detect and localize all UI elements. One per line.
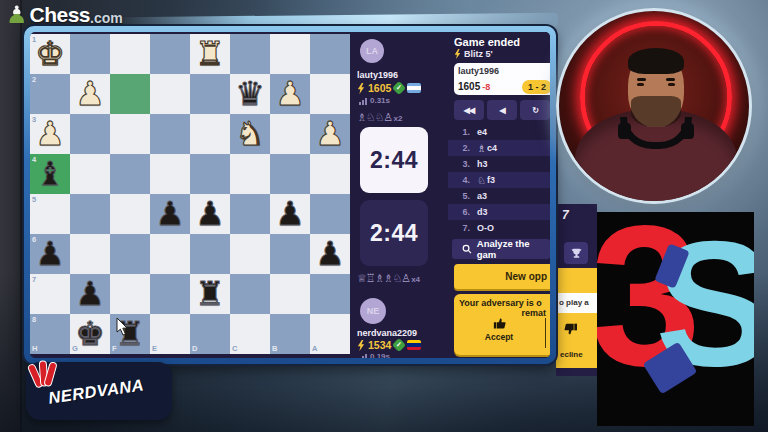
file-label: C [232,344,237,353]
sliver-toast-fragment: o play a [556,293,597,313]
board-square[interactable] [270,114,310,154]
board-square[interactable]: ♟ [270,194,310,234]
rematch-refresh-button[interactable]: ↻ [520,100,550,120]
board-square[interactable] [310,74,350,114]
rating-delta: -8 [482,82,490,92]
board-square[interactable] [310,274,350,314]
rematch-offer-card: Your adversary is o remat Accept [454,294,550,355]
board-square[interactable]: 3♟ [30,114,70,154]
board-square[interactable] [150,74,190,114]
rank-label: 6 [32,235,36,244]
board-square[interactable]: ♟ [70,74,110,114]
venezuela-flag [407,340,421,350]
bottom-player-speed: 0.19s [359,352,390,358]
board-square[interactable]: ♜ [190,34,230,74]
rank-label: 1 [32,35,36,44]
file-label: A [312,344,317,353]
rank-label: 5 [32,195,36,204]
move-text: a3 [477,191,487,201]
board-square[interactable] [70,34,110,74]
move-number: 4. [454,175,470,185]
move-piece-icon: ♘ [477,175,486,186]
board-square[interactable] [310,154,350,194]
board-square[interactable] [110,274,150,314]
move-number: 3. [454,159,470,169]
blitz-lightning-icon [454,49,461,59]
top-player-name[interactable]: lauty1996 [357,70,398,80]
board-square[interactable]: B [270,314,310,354]
board-square[interactable] [70,114,110,154]
board-square[interactable] [230,194,270,234]
file-label: H [32,344,37,353]
chess-piece-wN[interactable]: ♞ [230,114,270,154]
new-opponent-button[interactable]: New opp [454,264,550,289]
board-square[interactable] [270,34,310,74]
board-square[interactable] [270,154,310,194]
chesscom-wordmark-suffix: .com [90,10,123,26]
magnifier-icon [462,244,472,254]
argentina-flag [407,83,421,93]
verified-badge: ✓ [392,81,406,95]
move-number: 7. [454,223,470,233]
nerdvana-logo: NERDVANA [26,362,172,420]
chess-piece-bP[interactable]: ♟ [270,194,310,234]
board-square[interactable] [270,274,310,314]
rank-label: 4 [32,155,36,164]
captured-pieces-bottom: ♕♖♗♗♘♙x4 [357,272,420,285]
top-player-rating-row: 1605 ✓ [357,82,421,94]
board-square[interactable] [310,34,350,74]
bottom-player-rating: 1534 [368,339,391,351]
move-text: O-O [477,223,494,233]
board-square[interactable]: ♟ [310,114,350,154]
bottom-player-name[interactable]: nerdvana2209 [357,328,417,338]
file-label: B [272,344,277,353]
verified-badge: ✓ [392,338,406,352]
board-square[interactable] [190,154,230,194]
board-square[interactable]: ♟ [270,74,310,114]
board-square[interactable]: ♛ [230,74,270,114]
board-square[interactable]: A [310,314,350,354]
board-square[interactable] [310,194,350,234]
players-column: LA lauty1996 1605 ✓ 0.31s [352,32,448,358]
move-piece-icon: ♗ [477,143,486,154]
board-square[interactable]: 7 [30,274,70,314]
result-card-player: lauty1996 [458,66,546,76]
rank-label: 7 [32,275,36,284]
rank-label: 2 [32,75,36,84]
board-square[interactable] [110,234,150,274]
file-label: F [112,344,117,353]
chesscom-logo[interactable]: ♟ Chess .com [6,1,123,29]
decline-label-fragment[interactable]: ecline [560,350,583,359]
top-player-rating: 1605 [368,82,391,94]
board-square[interactable]: 5 [30,194,70,234]
sliver-move-number: 7 [562,208,569,222]
chess-piece-bQ[interactable]: ♛ [230,74,270,114]
streamer-head [628,51,684,127]
board-square[interactable] [230,34,270,74]
streamer-hair [628,48,684,74]
sliver-yellow-button [556,268,597,293]
board-square[interactable] [230,234,270,274]
accept-rematch-button[interactable]: Accept [476,316,522,342]
board-square[interactable] [110,74,150,114]
move-row[interactable]: 1.e4 [454,124,550,140]
stream-stage: ♟ Chess .com 7 o play a ecline 1♚♜2♟♛♟3♟… [0,0,768,432]
time-control-label: Blitz 5' [464,49,493,59]
logo-3s: 3 S [597,212,754,426]
board-square[interactable]: 2 [30,74,70,114]
accept-decline-divider [545,318,546,348]
lightning-icon [357,340,365,351]
file-label: D [192,344,197,353]
board-square[interactable] [190,74,230,114]
move-row[interactable]: 6.d3 [448,204,550,220]
trophy-button[interactable] [564,242,588,264]
signal-bars-icon [359,354,367,358]
move-row[interactable]: 3.h3 [454,156,550,172]
game-ended-title: Game ended [454,36,550,48]
file-label: E [152,344,157,353]
board-square[interactable] [270,234,310,274]
board-square[interactable] [70,234,110,274]
board-square[interactable]: D [190,314,230,354]
thumbs-up-icon [492,316,507,331]
board-square[interactable] [230,154,270,194]
move-number: 5. [454,191,470,201]
rank-label: 3 [32,115,36,124]
board-square[interactable]: ♞ [230,114,270,154]
clock-bottom-player: 2:44 [360,200,428,266]
board-square[interactable] [150,274,190,314]
mouse-cursor [116,318,129,336]
move-number: 6. [454,207,470,217]
board-square[interactable] [110,194,150,234]
board-square[interactable] [70,194,110,234]
chess-piece-wP[interactable]: ♟ [70,74,110,114]
clock-top-player: 2:44 [360,127,428,193]
board-square[interactable] [110,114,150,154]
move-text: f3 [487,175,495,185]
board-square[interactable]: 8H [30,314,70,354]
lightning-icon [357,83,365,94]
board-square[interactable]: G♚ [70,314,110,354]
board-square[interactable] [70,154,110,194]
match-score-pill: 1 - 2 [522,80,550,94]
board-square[interactable] [230,274,270,314]
move-list: 1.e42.♗c43.h34.♘f35.a36.d37.O-O [454,124,550,236]
top-player-speed: 0.31s [359,96,390,105]
chess-piece-bP[interactable]: ♟ [190,194,230,234]
board-square[interactable] [150,234,190,274]
chess-piece-bP[interactable]: ♟ [310,234,350,274]
board-square[interactable]: C [230,314,270,354]
chess-piece-bP[interactable]: ♟ [70,274,110,314]
move-row[interactable]: 5.a3 [454,188,550,204]
go-to-start-button[interactable]: ◀◀ [454,100,484,120]
board-square[interactable]: 1♚ [30,34,70,74]
move-text: h3 [477,159,488,169]
chess-board[interactable]: 1♚♜2♟♛♟3♟♞♟4♝5♟♟♟6♟♟7♟♜8HG♚F♜EDCBA [30,34,350,354]
move-text: d3 [477,207,488,217]
board-square[interactable] [150,34,190,74]
chesscom-wordmark: Chess [30,3,91,27]
back-button[interactable]: ◀ [487,100,517,120]
chesscom-window: 1♚♜2♟♛♟3♟♞♟4♝5♟♟♟6♟♟7♟♜8HG♚F♜EDCBA LA la… [24,26,556,364]
board-square[interactable]: 4♝ [30,154,70,194]
board-square[interactable] [150,154,190,194]
avatar-bottom-player[interactable]: NE [360,298,386,324]
board-square[interactable] [190,114,230,154]
result-card: lauty1996 1605-8 1 - 2 [454,63,550,95]
board-square[interactable]: ♟ [70,274,110,314]
side-panel: LA lauty1996 1605 ✓ 0.31s [350,32,550,358]
trophy-icon [570,247,583,260]
background-capture-sliver: 7 o play a ecline [556,204,597,376]
board-square[interactable] [110,154,150,194]
chess-piece-bR[interactable]: ♜ [190,274,230,314]
board-square[interactable]: ♟ [150,194,190,234]
analyze-game-button[interactable]: Analyze the gam [452,239,550,259]
move-number: 1. [454,127,470,137]
time-control-row: Blitz 5' [454,49,550,59]
chesscom-pawn-icon: ♟ [6,1,28,29]
chess-piece-wP[interactable]: ♟ [310,114,350,154]
bottom-player-rating-row: 1534 ✓ [357,339,421,351]
chess-piece-wP[interactable]: ♟ [270,74,310,114]
board-square[interactable]: 6♟ [30,234,70,274]
board-square[interactable]: ♟ [190,194,230,234]
file-label: G [72,344,78,353]
move-text: e4 [477,127,487,137]
move-nav-buttons: ◀◀◀↻ [454,100,550,120]
webcam-feed [556,8,752,204]
move-text: c4 [487,143,497,153]
board-square[interactable]: ♟ [310,234,350,274]
avatar-top-player[interactable]: LA [360,39,384,63]
move-row[interactable]: 4.♘f3 [448,172,550,188]
board-square[interactable]: E [150,314,190,354]
board-square[interactable] [110,34,150,74]
captured-pieces-top: ♗♘♘♙x2 [357,111,402,124]
game-over-column: Game ended Blitz 5' lauty1996 1605-8 1 -… [448,32,550,358]
board-square[interactable] [150,114,190,154]
thumbs-down-icon[interactable] [563,321,579,337]
move-row[interactable]: 7.O-O [454,220,550,236]
rematch-text-line1: Your adversary is o [459,298,548,308]
rank-label: 8 [32,315,36,324]
move-number: 2. [454,143,470,153]
chess-piece-wR[interactable]: ♜ [190,34,230,74]
board-square[interactable] [190,234,230,274]
result-card-rating: 1605 [458,81,480,92]
chess-piece-bP[interactable]: ♟ [150,194,190,234]
board-square[interactable]: ♜ [190,274,230,314]
signal-bars-icon [359,98,367,105]
move-row[interactable]: 2.♗c4 [448,140,550,156]
